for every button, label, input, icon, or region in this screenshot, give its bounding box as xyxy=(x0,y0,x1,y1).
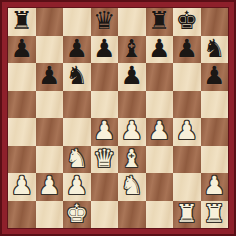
square-h1[interactable]: ♜ xyxy=(201,201,229,229)
white-pawn[interactable]: ♟ xyxy=(11,173,33,199)
square-b6[interactable]: ♟ xyxy=(36,63,64,91)
square-c4[interactable] xyxy=(63,118,91,146)
square-b5[interactable] xyxy=(36,91,64,119)
black-pawn[interactable]: ♟ xyxy=(93,36,115,62)
chess-board[interactable]: ♜♛♜♚♟♟♟♝♟♟♞♟♞♟♟♟♟♟♟♞♛♝♟♟♟♞♟♚♜♜ xyxy=(8,8,228,228)
square-c3[interactable]: ♞ xyxy=(63,146,91,174)
square-d6[interactable] xyxy=(91,63,119,91)
square-a4[interactable] xyxy=(8,118,36,146)
square-h2[interactable]: ♟ xyxy=(201,173,229,201)
white-knight[interactable]: ♞ xyxy=(66,146,88,172)
square-b7[interactable] xyxy=(36,36,64,64)
square-d1[interactable] xyxy=(91,201,119,229)
square-a5[interactable] xyxy=(8,91,36,119)
white-pawn[interactable]: ♟ xyxy=(93,118,115,144)
white-pawn[interactable]: ♟ xyxy=(66,173,88,199)
square-f6[interactable] xyxy=(146,63,174,91)
black-pawn[interactable]: ♟ xyxy=(66,36,88,62)
square-h4[interactable] xyxy=(201,118,229,146)
black-pawn[interactable]: ♟ xyxy=(176,36,198,62)
board-frame: ♜♛♜♚♟♟♟♝♟♟♞♟♞♟♟♟♟♟♟♞♛♝♟♟♟♞♟♚♜♜ xyxy=(0,0,236,236)
square-g5[interactable] xyxy=(173,91,201,119)
black-knight[interactable]: ♞ xyxy=(203,36,225,62)
square-f1[interactable] xyxy=(146,201,174,229)
square-e6[interactable]: ♟ xyxy=(118,63,146,91)
square-e3[interactable]: ♝ xyxy=(118,146,146,174)
white-rook[interactable]: ♜ xyxy=(203,201,225,227)
square-d2[interactable] xyxy=(91,173,119,201)
black-pawn[interactable]: ♟ xyxy=(38,63,60,89)
square-d4[interactable]: ♟ xyxy=(91,118,119,146)
square-b2[interactable]: ♟ xyxy=(36,173,64,201)
black-rook[interactable]: ♜ xyxy=(148,8,170,34)
square-g2[interactable] xyxy=(173,173,201,201)
square-d8[interactable]: ♛ xyxy=(91,8,119,36)
square-f5[interactable] xyxy=(146,91,174,119)
square-e5[interactable] xyxy=(118,91,146,119)
square-a1[interactable] xyxy=(8,201,36,229)
square-c7[interactable]: ♟ xyxy=(63,36,91,64)
square-g3[interactable] xyxy=(173,146,201,174)
chessboard-screenshot: ♜♛♜♚♟♟♟♝♟♟♞♟♞♟♟♟♟♟♟♞♛♝♟♟♟♞♟♚♜♜ xyxy=(0,0,236,236)
white-pawn[interactable]: ♟ xyxy=(148,118,170,144)
white-pawn[interactable]: ♟ xyxy=(176,118,198,144)
square-f8[interactable]: ♜ xyxy=(146,8,174,36)
black-knight[interactable]: ♞ xyxy=(66,63,88,89)
black-rook[interactable]: ♜ xyxy=(11,8,33,34)
square-h6[interactable]: ♟ xyxy=(201,63,229,91)
square-g8[interactable]: ♚ xyxy=(173,8,201,36)
square-e1[interactable] xyxy=(118,201,146,229)
square-a7[interactable]: ♟ xyxy=(8,36,36,64)
square-e4[interactable]: ♟ xyxy=(118,118,146,146)
white-rook[interactable]: ♜ xyxy=(176,201,198,227)
black-bishop[interactable]: ♝ xyxy=(121,36,143,62)
square-c1[interactable]: ♚ xyxy=(63,201,91,229)
black-pawn[interactable]: ♟ xyxy=(121,63,143,89)
square-e7[interactable]: ♝ xyxy=(118,36,146,64)
square-h7[interactable]: ♞ xyxy=(201,36,229,64)
square-d7[interactable]: ♟ xyxy=(91,36,119,64)
square-e2[interactable]: ♞ xyxy=(118,173,146,201)
square-b8[interactable] xyxy=(36,8,64,36)
square-b3[interactable] xyxy=(36,146,64,174)
black-pawn[interactable]: ♟ xyxy=(148,36,170,62)
white-pawn[interactable]: ♟ xyxy=(38,173,60,199)
square-g7[interactable]: ♟ xyxy=(173,36,201,64)
square-e8[interactable] xyxy=(118,8,146,36)
square-d3[interactable]: ♛ xyxy=(91,146,119,174)
square-h8[interactable] xyxy=(201,8,229,36)
white-pawn[interactable]: ♟ xyxy=(121,118,143,144)
square-h3[interactable] xyxy=(201,146,229,174)
square-g4[interactable]: ♟ xyxy=(173,118,201,146)
square-c5[interactable] xyxy=(63,91,91,119)
white-queen[interactable]: ♛ xyxy=(93,146,115,172)
black-pawn[interactable]: ♟ xyxy=(11,36,33,62)
white-knight[interactable]: ♞ xyxy=(121,173,143,199)
white-king[interactable]: ♚ xyxy=(66,201,88,227)
square-a6[interactable] xyxy=(8,63,36,91)
square-b4[interactable] xyxy=(36,118,64,146)
square-a2[interactable]: ♟ xyxy=(8,173,36,201)
square-f4[interactable]: ♟ xyxy=(146,118,174,146)
square-b1[interactable] xyxy=(36,201,64,229)
white-pawn[interactable]: ♟ xyxy=(203,173,225,199)
square-f2[interactable] xyxy=(146,173,174,201)
black-king[interactable]: ♚ xyxy=(176,8,198,34)
square-a3[interactable] xyxy=(8,146,36,174)
square-c2[interactable]: ♟ xyxy=(63,173,91,201)
square-g1[interactable]: ♜ xyxy=(173,201,201,229)
square-h5[interactable] xyxy=(201,91,229,119)
square-a8[interactable]: ♜ xyxy=(8,8,36,36)
square-c8[interactable] xyxy=(63,8,91,36)
square-c6[interactable]: ♞ xyxy=(63,63,91,91)
white-bishop[interactable]: ♝ xyxy=(121,146,143,172)
square-d5[interactable] xyxy=(91,91,119,119)
square-f3[interactable] xyxy=(146,146,174,174)
square-f7[interactable]: ♟ xyxy=(146,36,174,64)
square-g6[interactable] xyxy=(173,63,201,91)
black-queen[interactable]: ♛ xyxy=(93,8,115,34)
black-pawn[interactable]: ♟ xyxy=(203,63,225,89)
